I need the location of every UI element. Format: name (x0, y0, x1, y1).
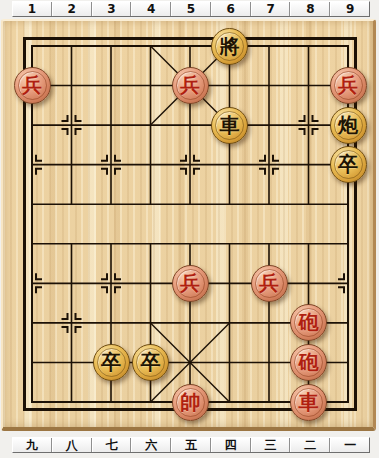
black-chariot[interactable]: 車 (211, 107, 248, 144)
pieces-layer: 將兵兵兵車炮卒兵兵砲卒卒砲帥車 (0, 0, 379, 458)
black-soldier[interactable]: 卒 (93, 344, 130, 381)
black-soldier[interactable]: 卒 (132, 344, 169, 381)
xiangqi-app-window: 1 2 3 4 5 6 7 8 9 將兵兵兵車炮卒兵兵砲卒卒砲帥車 九 八 七 … (0, 0, 379, 458)
file-label: 四 (211, 438, 251, 452)
black-general[interactable]: 將 (211, 28, 248, 65)
file-label: 九 (13, 438, 52, 452)
red-chariot[interactable]: 車 (290, 384, 327, 421)
red-soldier[interactable]: 兵 (251, 265, 288, 302)
red-soldier[interactable]: 兵 (172, 67, 209, 104)
red-cannon[interactable]: 砲 (290, 344, 327, 381)
red-soldier[interactable]: 兵 (330, 67, 367, 104)
red-soldier[interactable]: 兵 (14, 67, 51, 104)
file-labels-bottom: 九 八 七 六 五 四 三 二 一 (12, 437, 370, 453)
red-soldier[interactable]: 兵 (172, 265, 209, 302)
file-label: 一 (330, 438, 369, 452)
black-cannon[interactable]: 炮 (330, 107, 367, 144)
red-general[interactable]: 帥 (172, 384, 209, 421)
black-soldier[interactable]: 卒 (330, 146, 367, 183)
file-label: 三 (251, 438, 291, 452)
file-label: 五 (171, 438, 211, 452)
file-label: 二 (290, 438, 330, 452)
file-label: 七 (92, 438, 132, 452)
file-label: 六 (131, 438, 171, 452)
red-cannon[interactable]: 砲 (290, 304, 327, 341)
file-label: 八 (52, 438, 92, 452)
